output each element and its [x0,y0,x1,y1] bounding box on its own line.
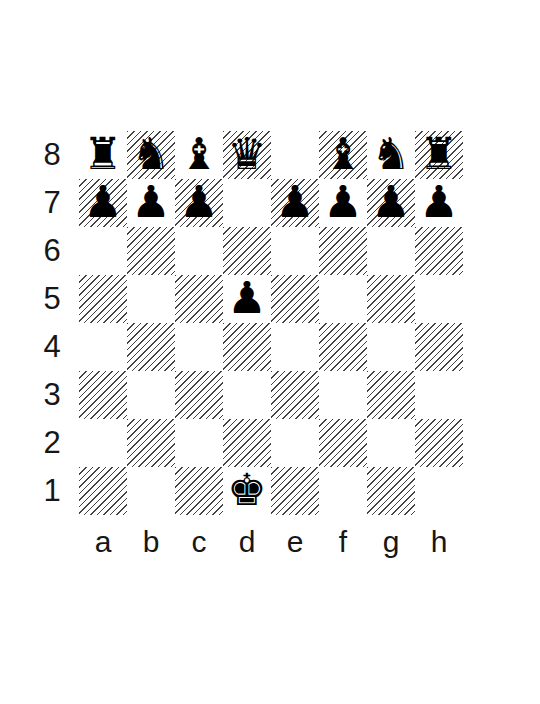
rank-label-7: 7 [34,179,70,227]
piece-black-pawn: ♟ [323,178,362,226]
square-c8[interactable]: ♝ [175,131,223,179]
square-b4[interactable] [127,323,175,371]
square-h3[interactable] [415,371,463,419]
square-e3[interactable] [271,371,319,419]
file-labels: abcdefgh [79,521,463,563]
square-d5[interactable]: ♟ [223,275,271,323]
rank-label-6: 6 [34,227,70,275]
file-label-e: e [271,521,319,563]
square-g5[interactable] [367,275,415,323]
square-e8[interactable] [271,131,319,179]
square-d7[interactable] [223,179,271,227]
square-f8[interactable]: ♝ [319,131,367,179]
square-b2[interactable] [127,419,175,467]
piece-black-pawn: ♟ [227,274,266,322]
square-c3[interactable] [175,371,223,419]
square-f4[interactable] [319,323,367,371]
square-h7[interactable]: ♟ [415,179,463,227]
square-a6[interactable] [79,227,127,275]
file-label-c: c [175,521,223,563]
square-a4[interactable] [79,323,127,371]
piece-black-pawn: ♟ [419,178,458,226]
square-h5[interactable] [415,275,463,323]
piece-black-rook: ♜ [419,130,458,178]
rank-label-4: 4 [34,323,70,371]
square-e2[interactable] [271,419,319,467]
square-a7[interactable]: ♟ [79,179,127,227]
chess-board: ♜♞♝♛♝♞♜♟♟♟♟♟♟♟♟♚ [79,131,463,515]
file-label-b: b [127,521,175,563]
square-h4[interactable] [415,323,463,371]
rank-label-5: 5 [34,275,70,323]
square-b3[interactable] [127,371,175,419]
square-d8[interactable]: ♛ [223,131,271,179]
piece-black-knight: ♞ [371,130,410,178]
square-d1[interactable]: ♚ [223,467,271,515]
square-e5[interactable] [271,275,319,323]
square-c2[interactable] [175,419,223,467]
square-f6[interactable] [319,227,367,275]
piece-black-queen: ♛ [227,130,266,178]
square-c5[interactable] [175,275,223,323]
rank-labels: 87654321 [34,131,70,515]
square-e7[interactable]: ♟ [271,179,319,227]
square-f5[interactable] [319,275,367,323]
square-c4[interactable] [175,323,223,371]
file-label-g: g [367,521,415,563]
square-e6[interactable] [271,227,319,275]
square-d4[interactable] [223,323,271,371]
square-g1[interactable] [367,467,415,515]
square-b6[interactable] [127,227,175,275]
square-a8[interactable]: ♜ [79,131,127,179]
square-e4[interactable] [271,323,319,371]
square-g2[interactable] [367,419,415,467]
square-g8[interactable]: ♞ [367,131,415,179]
square-h8[interactable]: ♜ [415,131,463,179]
piece-black-king: ♚ [227,466,266,514]
square-a5[interactable] [79,275,127,323]
square-d2[interactable] [223,419,271,467]
piece-black-knight: ♞ [131,130,170,178]
piece-black-pawn: ♟ [179,178,218,226]
piece-black-pawn: ♟ [371,178,410,226]
rank-label-2: 2 [34,419,70,467]
square-d3[interactable] [223,371,271,419]
square-b5[interactable] [127,275,175,323]
square-c7[interactable]: ♟ [175,179,223,227]
file-label-f: f [319,521,367,563]
rank-label-8: 8 [34,131,70,179]
square-h6[interactable] [415,227,463,275]
rank-label-1: 1 [34,467,70,515]
piece-black-pawn: ♟ [275,178,314,226]
square-g7[interactable]: ♟ [367,179,415,227]
square-h2[interactable] [415,419,463,467]
file-label-h: h [415,521,463,563]
square-g6[interactable] [367,227,415,275]
square-f1[interactable] [319,467,367,515]
square-c1[interactable] [175,467,223,515]
piece-black-pawn: ♟ [131,178,170,226]
square-b1[interactable] [127,467,175,515]
square-a3[interactable] [79,371,127,419]
square-b7[interactable]: ♟ [127,179,175,227]
square-b8[interactable]: ♞ [127,131,175,179]
square-f3[interactable] [319,371,367,419]
square-f2[interactable] [319,419,367,467]
piece-black-bishop: ♝ [179,130,218,178]
file-label-a: a [79,521,127,563]
square-e1[interactable] [271,467,319,515]
file-label-d: d [223,521,271,563]
piece-black-pawn: ♟ [83,178,122,226]
square-g4[interactable] [367,323,415,371]
square-c6[interactable] [175,227,223,275]
square-f7[interactable]: ♟ [319,179,367,227]
piece-black-rook: ♜ [83,130,122,178]
chess-diagram-page: 87654321 ♜♞♝♛♝♞♜♟♟♟♟♟♟♟♟♚ abcdefgh [0,0,540,704]
square-g3[interactable] [367,371,415,419]
square-h1[interactable] [415,467,463,515]
rank-label-3: 3 [34,371,70,419]
square-a2[interactable] [79,419,127,467]
square-d6[interactable] [223,227,271,275]
piece-black-bishop: ♝ [323,130,362,178]
square-a1[interactable] [79,467,127,515]
